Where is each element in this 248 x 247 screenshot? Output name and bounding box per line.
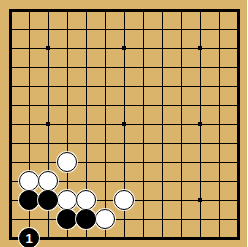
intersection-e3[interactable]: [77, 191, 96, 210]
intersection-b1[interactable]: 1: [20, 229, 39, 247]
white-stone-g3: [114, 190, 134, 210]
black-stone-b1: 1: [19, 228, 39, 247]
move-number-label: 1: [25, 231, 32, 244]
intersection-d2[interactable]: [58, 210, 77, 229]
intersection-d3[interactable]: [58, 191, 77, 210]
white-stone-e3: [76, 190, 96, 210]
intersection-e2[interactable]: [77, 210, 96, 229]
intersection-d5[interactable]: [58, 153, 77, 172]
intersection-b4[interactable]: [20, 172, 39, 191]
intersection-g3[interactable]: [115, 191, 134, 210]
black-stone-e2: [76, 209, 96, 229]
black-stone-c3: [38, 190, 58, 210]
white-stone-b4: [19, 171, 39, 191]
white-stone-c4: [38, 171, 58, 191]
white-stone-d5: [57, 152, 77, 172]
intersection-f2[interactable]: [96, 210, 115, 229]
white-stone-d3: [57, 190, 77, 210]
black-stone-d2: [57, 209, 77, 229]
intersection-c3[interactable]: [39, 191, 58, 210]
stones-layer: 1: [1, 1, 248, 247]
white-stone-f2: [95, 209, 115, 229]
intersection-c4[interactable]: [39, 172, 58, 191]
black-stone-b3: [19, 190, 39, 210]
go-board[interactable]: 1: [0, 0, 247, 247]
intersection-b3[interactable]: [20, 191, 39, 210]
